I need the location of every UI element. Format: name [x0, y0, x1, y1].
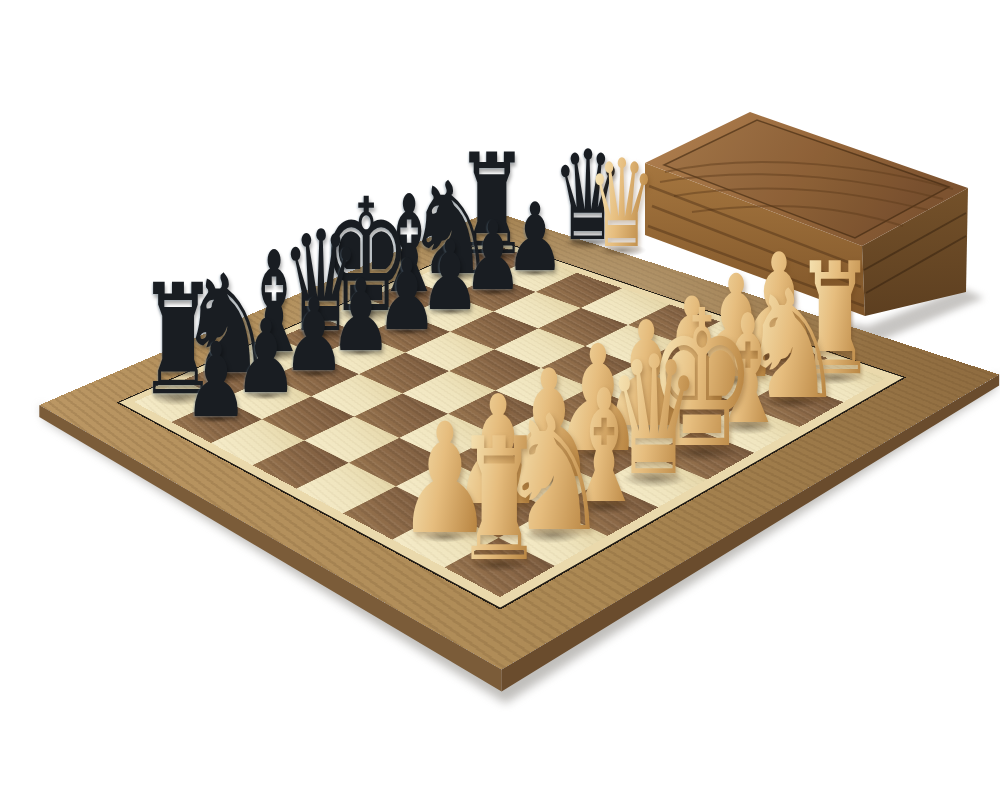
pieces-layer: ♜♞♝♛♚♝♞♜♟♟♟♟♟♟♟♟♟♟♟♟♟♟♟♟♜♞♝♛♚♝♞♜♛♛	[0, 0, 1000, 800]
white-rook-glyph: ♜	[455, 435, 543, 567]
black-pawn-glyph: ♟	[184, 340, 249, 420]
white-queen-glyph: ♛	[587, 157, 657, 252]
photo-scene: ♜♞♝♛♚♝♞♜♟♟♟♟♟♟♟♟♟♟♟♟♟♟♟♟♜♞♝♛♚♝♞♜♛♛ Ebony…	[0, 0, 1000, 800]
